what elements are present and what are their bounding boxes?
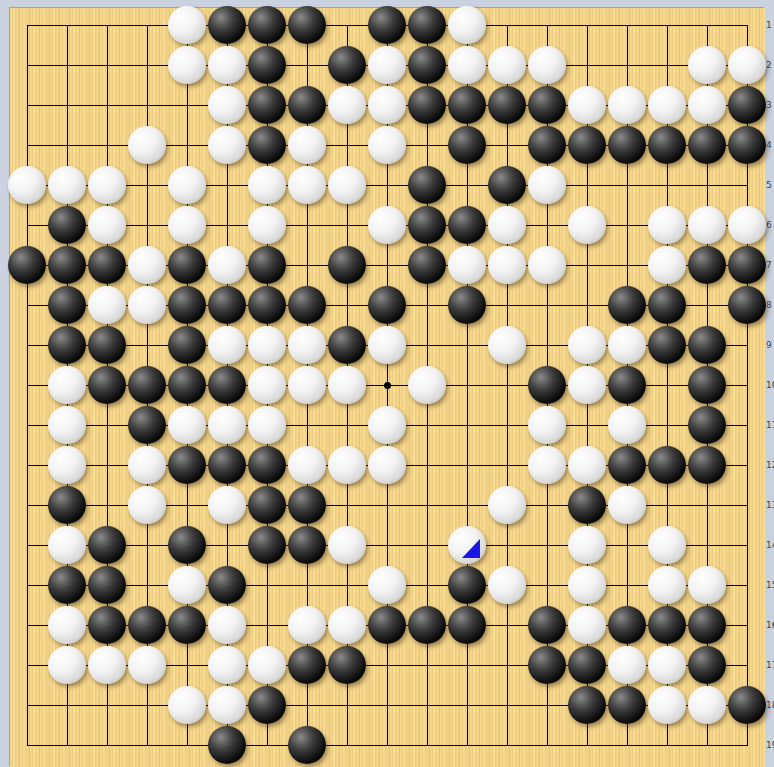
black-stone[interactable] xyxy=(48,246,86,284)
black-stone[interactable] xyxy=(8,246,46,284)
black-stone[interactable] xyxy=(448,606,486,644)
black-stone[interactable] xyxy=(728,286,766,324)
row-number-label: 3 xyxy=(766,100,774,111)
black-stone[interactable] xyxy=(688,646,726,684)
white-stone[interactable] xyxy=(168,566,206,604)
black-stone[interactable] xyxy=(568,126,606,164)
black-stone[interactable] xyxy=(88,526,126,564)
black-stone[interactable] xyxy=(248,526,286,564)
white-stone[interactable] xyxy=(488,46,526,84)
black-stone[interactable] xyxy=(648,326,686,364)
white-stone[interactable] xyxy=(208,246,246,284)
black-stone[interactable] xyxy=(328,46,366,84)
black-stone[interactable] xyxy=(128,366,166,404)
white-stone[interactable] xyxy=(648,246,686,284)
white-stone[interactable] xyxy=(208,646,246,684)
white-stone[interactable] xyxy=(328,606,366,644)
white-stone[interactable] xyxy=(728,206,766,244)
black-stone[interactable] xyxy=(688,406,726,444)
white-stone[interactable] xyxy=(168,166,206,204)
row-number-label: 10 xyxy=(766,380,774,391)
white-stone[interactable] xyxy=(328,526,366,564)
black-stone[interactable] xyxy=(688,606,726,644)
white-stone[interactable] xyxy=(48,446,86,484)
white-stone[interactable] xyxy=(208,326,246,364)
white-stone[interactable] xyxy=(328,366,366,404)
white-stone[interactable] xyxy=(568,446,606,484)
white-stone[interactable] xyxy=(688,206,726,244)
white-stone[interactable] xyxy=(328,166,366,204)
row-number-label: 14 xyxy=(766,540,774,551)
black-stone[interactable] xyxy=(608,446,646,484)
white-stone[interactable] xyxy=(248,646,286,684)
white-stone[interactable] xyxy=(648,526,686,564)
black-stone[interactable] xyxy=(168,366,206,404)
white-stone[interactable] xyxy=(688,86,726,124)
black-stone[interactable] xyxy=(48,566,86,604)
black-stone[interactable] xyxy=(688,366,726,404)
black-stone[interactable] xyxy=(688,246,726,284)
white-stone[interactable] xyxy=(568,86,606,124)
black-stone[interactable] xyxy=(208,6,246,44)
black-stone[interactable] xyxy=(528,126,566,164)
white-stone[interactable] xyxy=(208,486,246,524)
white-stone[interactable] xyxy=(288,126,326,164)
black-stone[interactable] xyxy=(568,486,606,524)
white-stone[interactable] xyxy=(168,406,206,444)
black-stone[interactable] xyxy=(168,446,206,484)
white-stone[interactable] xyxy=(648,686,686,724)
white-stone[interactable] xyxy=(608,86,646,124)
white-stone[interactable] xyxy=(448,6,486,44)
row-number-label: 16 xyxy=(766,620,774,631)
white-stone[interactable] xyxy=(208,86,246,124)
white-stone[interactable] xyxy=(288,446,326,484)
row-number-label: 13 xyxy=(766,500,774,511)
black-stone[interactable] xyxy=(248,86,286,124)
black-stone[interactable] xyxy=(368,6,406,44)
black-stone[interactable] xyxy=(88,246,126,284)
white-stone[interactable] xyxy=(608,326,646,364)
black-stone[interactable] xyxy=(328,246,366,284)
row-number-label: 18 xyxy=(766,700,774,711)
black-stone[interactable] xyxy=(568,646,606,684)
white-stone[interactable] xyxy=(168,206,206,244)
white-stone[interactable] xyxy=(608,486,646,524)
black-stone[interactable] xyxy=(48,326,86,364)
white-stone[interactable] xyxy=(208,606,246,644)
black-stone[interactable] xyxy=(608,126,646,164)
white-stone[interactable] xyxy=(648,206,686,244)
black-stone[interactable] xyxy=(728,86,766,124)
black-stone[interactable] xyxy=(648,126,686,164)
row-number-label: 17 xyxy=(766,660,774,671)
white-stone[interactable] xyxy=(368,446,406,484)
white-stone[interactable] xyxy=(448,526,486,564)
white-stone[interactable] xyxy=(88,166,126,204)
white-stone[interactable] xyxy=(88,646,126,684)
white-stone[interactable] xyxy=(448,246,486,284)
white-stone[interactable] xyxy=(648,566,686,604)
row-number-label: 5 xyxy=(766,180,774,191)
black-stone[interactable] xyxy=(328,326,366,364)
black-stone[interactable] xyxy=(408,6,446,44)
white-stone[interactable] xyxy=(608,406,646,444)
white-stone[interactable] xyxy=(488,566,526,604)
black-stone[interactable] xyxy=(608,686,646,724)
white-stone[interactable] xyxy=(488,326,526,364)
black-stone[interactable] xyxy=(728,246,766,284)
white-stone[interactable] xyxy=(528,46,566,84)
white-stone[interactable] xyxy=(488,486,526,524)
black-stone[interactable] xyxy=(128,606,166,644)
black-stone[interactable] xyxy=(608,286,646,324)
black-stone[interactable] xyxy=(328,646,366,684)
black-stone[interactable] xyxy=(248,46,286,84)
white-stone[interactable] xyxy=(648,86,686,124)
black-stone[interactable] xyxy=(248,286,286,324)
white-stone[interactable] xyxy=(568,526,606,564)
white-stone[interactable] xyxy=(568,566,606,604)
black-stone[interactable] xyxy=(288,486,326,524)
white-stone[interactable] xyxy=(568,606,606,644)
black-stone[interactable] xyxy=(288,286,326,324)
white-stone[interactable] xyxy=(248,406,286,444)
black-stone[interactable] xyxy=(528,606,566,644)
white-stone[interactable] xyxy=(688,46,726,84)
white-stone[interactable] xyxy=(48,366,86,404)
white-stone[interactable] xyxy=(408,366,446,404)
black-stone[interactable] xyxy=(168,326,206,364)
black-stone[interactable] xyxy=(248,6,286,44)
black-stone[interactable] xyxy=(648,446,686,484)
white-stone[interactable] xyxy=(248,366,286,404)
white-stone[interactable] xyxy=(688,686,726,724)
grid-line-horizontal xyxy=(27,545,748,546)
black-stone[interactable] xyxy=(128,406,166,444)
white-stone[interactable] xyxy=(368,126,406,164)
white-stone[interactable] xyxy=(728,46,766,84)
black-stone[interactable] xyxy=(248,446,286,484)
white-stone[interactable] xyxy=(448,46,486,84)
white-stone[interactable] xyxy=(128,286,166,324)
white-stone[interactable] xyxy=(528,246,566,284)
white-stone[interactable] xyxy=(568,326,606,364)
white-stone[interactable] xyxy=(8,166,46,204)
row-number-label: 7 xyxy=(766,260,774,271)
black-stone[interactable] xyxy=(648,606,686,644)
white-stone[interactable] xyxy=(688,566,726,604)
white-stone[interactable] xyxy=(248,206,286,244)
row-number-label: 11 xyxy=(766,420,774,431)
black-stone[interactable] xyxy=(288,646,326,684)
black-stone[interactable] xyxy=(168,526,206,564)
white-stone[interactable] xyxy=(288,166,326,204)
row-number-label: 12 xyxy=(766,460,774,471)
black-stone[interactable] xyxy=(608,606,646,644)
black-stone[interactable] xyxy=(448,206,486,244)
black-stone[interactable] xyxy=(288,86,326,124)
white-stone[interactable] xyxy=(88,206,126,244)
black-stone[interactable] xyxy=(448,286,486,324)
black-stone[interactable] xyxy=(168,246,206,284)
row-number-label: 6 xyxy=(766,220,774,231)
black-stone[interactable] xyxy=(168,286,206,324)
row-number-label: 9 xyxy=(766,340,774,351)
row-number-label: 4 xyxy=(766,140,774,151)
black-stone[interactable] xyxy=(688,126,726,164)
black-stone[interactable] xyxy=(568,686,606,724)
white-stone[interactable] xyxy=(288,366,326,404)
black-stone[interactable] xyxy=(448,126,486,164)
white-stone[interactable] xyxy=(528,446,566,484)
white-stone[interactable] xyxy=(128,446,166,484)
black-stone[interactable] xyxy=(88,326,126,364)
white-stone[interactable] xyxy=(48,166,86,204)
row-number-label: 15 xyxy=(766,580,774,591)
white-stone[interactable] xyxy=(208,126,246,164)
white-stone[interactable] xyxy=(368,566,406,604)
black-stone[interactable] xyxy=(688,326,726,364)
white-stone[interactable] xyxy=(48,646,86,684)
black-stone[interactable] xyxy=(288,6,326,44)
white-stone[interactable] xyxy=(528,166,566,204)
go-board[interactable] xyxy=(10,8,765,767)
go-client-window: 12345678910111213141516171819 xyxy=(0,0,774,767)
black-stone[interactable] xyxy=(48,486,86,524)
black-stone[interactable] xyxy=(88,366,126,404)
black-stone[interactable] xyxy=(288,526,326,564)
black-stone[interactable] xyxy=(368,606,406,644)
black-stone[interactable] xyxy=(248,486,286,524)
white-stone[interactable] xyxy=(368,206,406,244)
white-stone[interactable] xyxy=(88,286,126,324)
white-stone[interactable] xyxy=(568,206,606,244)
black-stone[interactable] xyxy=(448,86,486,124)
black-stone[interactable] xyxy=(408,46,446,84)
white-stone[interactable] xyxy=(488,246,526,284)
black-stone[interactable] xyxy=(288,726,326,764)
black-stone[interactable] xyxy=(48,286,86,324)
black-stone[interactable] xyxy=(408,166,446,204)
black-stone[interactable] xyxy=(608,366,646,404)
white-stone[interactable] xyxy=(168,686,206,724)
white-stone[interactable] xyxy=(568,366,606,404)
white-stone[interactable] xyxy=(528,406,566,444)
white-stone[interactable] xyxy=(288,606,326,644)
white-stone[interactable] xyxy=(248,326,286,364)
white-stone[interactable] xyxy=(48,406,86,444)
white-stone[interactable] xyxy=(168,6,206,44)
black-stone[interactable] xyxy=(168,606,206,644)
black-stone[interactable] xyxy=(648,286,686,324)
white-stone[interactable] xyxy=(48,526,86,564)
black-stone[interactable] xyxy=(688,446,726,484)
white-stone[interactable] xyxy=(208,406,246,444)
black-stone[interactable] xyxy=(528,646,566,684)
black-stone[interactable] xyxy=(728,686,766,724)
black-stone[interactable] xyxy=(408,606,446,644)
black-stone[interactable] xyxy=(208,566,246,604)
white-stone[interactable] xyxy=(168,46,206,84)
black-stone[interactable] xyxy=(88,566,126,604)
grid-line-vertical xyxy=(507,25,508,746)
black-stone[interactable] xyxy=(88,606,126,644)
black-stone[interactable] xyxy=(208,726,246,764)
black-stone[interactable] xyxy=(408,246,446,284)
white-stone[interactable] xyxy=(368,86,406,124)
row-number-label: 19 xyxy=(766,740,774,751)
white-stone[interactable] xyxy=(288,326,326,364)
black-stone[interactable] xyxy=(408,206,446,244)
white-stone[interactable] xyxy=(648,646,686,684)
white-stone[interactable] xyxy=(208,686,246,724)
white-stone[interactable] xyxy=(328,86,366,124)
white-stone[interactable] xyxy=(488,206,526,244)
row-number-label: 1 xyxy=(766,20,774,31)
white-stone[interactable] xyxy=(128,246,166,284)
white-stone[interactable] xyxy=(128,126,166,164)
black-stone[interactable] xyxy=(728,126,766,164)
black-stone[interactable] xyxy=(248,126,286,164)
row-number-label: 2 xyxy=(766,60,774,71)
white-stone[interactable] xyxy=(248,166,286,204)
black-stone[interactable] xyxy=(208,366,246,404)
black-stone[interactable] xyxy=(48,206,86,244)
white-stone[interactable] xyxy=(328,446,366,484)
black-stone[interactable] xyxy=(528,86,566,124)
white-stone[interactable] xyxy=(368,406,406,444)
black-stone[interactable] xyxy=(528,366,566,404)
white-stone[interactable] xyxy=(368,46,406,84)
hoshi-star-point xyxy=(384,382,391,389)
white-stone[interactable] xyxy=(48,606,86,644)
white-stone[interactable] xyxy=(208,46,246,84)
white-stone[interactable] xyxy=(368,326,406,364)
black-stone[interactable] xyxy=(208,286,246,324)
black-stone[interactable] xyxy=(488,166,526,204)
black-stone[interactable] xyxy=(448,566,486,604)
white-stone[interactable] xyxy=(608,646,646,684)
black-stone[interactable] xyxy=(248,686,286,724)
black-stone[interactable] xyxy=(248,246,286,284)
black-stone[interactable] xyxy=(488,86,526,124)
black-stone[interactable] xyxy=(208,446,246,484)
grid-line-horizontal xyxy=(27,745,748,746)
last-move-triangle-marker xyxy=(462,539,480,558)
row-number-label: 8 xyxy=(766,300,774,311)
black-stone[interactable] xyxy=(368,286,406,324)
black-stone[interactable] xyxy=(408,86,446,124)
white-stone[interactable] xyxy=(128,486,166,524)
white-stone[interactable] xyxy=(128,646,166,684)
